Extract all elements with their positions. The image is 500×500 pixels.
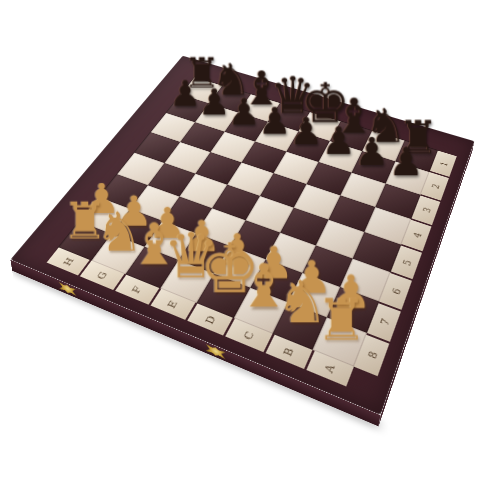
piece-light-king[interactable]: ♚ — [199, 234, 240, 302]
chess-board: HGFEDCBA 12345678 ♜♞♝♛♚♝♞♜♟♟♟♟♟♟♟♟♟♟♟♟♟♟… — [10, 56, 474, 416]
rank-label-7: 7 — [367, 303, 401, 342]
chess-set-photo: HGFEDCBA 12345678 ♜♞♝♛♚♝♞♜♟♟♟♟♟♟♟♟♟♟♟♟♟♟… — [0, 0, 500, 500]
piece-light-rook[interactable]: ♜ — [316, 290, 359, 347]
piece-light-bishop[interactable]: ♝ — [237, 256, 279, 316]
piece-light-queen[interactable]: ♛ — [163, 225, 203, 288]
piece-light-knight[interactable]: ♞ — [276, 273, 318, 332]
